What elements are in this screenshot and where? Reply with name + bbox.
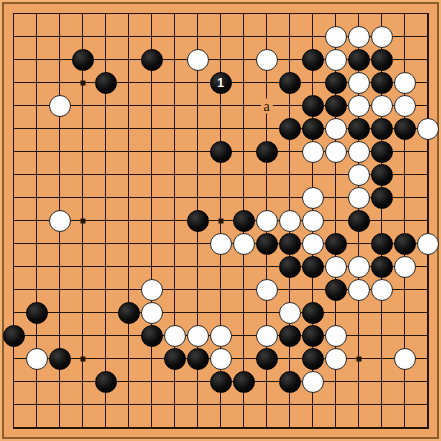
intersection-2-12[interactable] <box>48 278 71 301</box>
intersection-9-11[interactable] <box>209 255 232 278</box>
intersection-17-2[interactable] <box>393 48 416 71</box>
intersection-11-13[interactable] <box>255 301 278 324</box>
intersection-6-13[interactable] <box>140 301 163 324</box>
intersection-10-16[interactable] <box>232 370 255 393</box>
intersection-8-18[interactable] <box>186 416 209 439</box>
intersection-4-15[interactable] <box>94 347 117 370</box>
intersection-8-6[interactable] <box>186 140 209 163</box>
intersection-11-5[interactable] <box>255 117 278 140</box>
intersection-2-5[interactable] <box>48 117 71 140</box>
intersection-15-12[interactable] <box>347 278 370 301</box>
intersection-11-17[interactable] <box>255 393 278 416</box>
intersection-4-1[interactable] <box>94 25 117 48</box>
intersection-6-6[interactable] <box>140 140 163 163</box>
intersection-15-2[interactable] <box>347 48 370 71</box>
intersection-16-10[interactable] <box>370 232 393 255</box>
intersection-8-8[interactable] <box>186 186 209 209</box>
intersection-13-4[interactable] <box>301 94 324 117</box>
intersection-1-16[interactable] <box>25 370 48 393</box>
intersection-8-4[interactable] <box>186 94 209 117</box>
intersection-18-5[interactable] <box>416 117 439 140</box>
intersection-10-1[interactable] <box>232 25 255 48</box>
intersection-0-2[interactable] <box>2 48 25 71</box>
intersection-18-11[interactable] <box>416 255 439 278</box>
intersection-13-1[interactable] <box>301 25 324 48</box>
intersection-5-9[interactable] <box>117 209 140 232</box>
intersection-5-8[interactable] <box>117 186 140 209</box>
intersection-11-15[interactable] <box>255 347 278 370</box>
intersection-6-18[interactable] <box>140 416 163 439</box>
intersection-10-5[interactable] <box>232 117 255 140</box>
intersection-1-18[interactable] <box>25 416 48 439</box>
intersection-2-10[interactable] <box>48 232 71 255</box>
intersection-5-0[interactable] <box>117 2 140 25</box>
intersection-0-8[interactable] <box>2 186 25 209</box>
intersection-14-16[interactable] <box>324 370 347 393</box>
intersection-5-5[interactable] <box>117 117 140 140</box>
intersection-9-7[interactable] <box>209 163 232 186</box>
intersection-7-7[interactable] <box>163 163 186 186</box>
intersection-9-2[interactable] <box>209 48 232 71</box>
intersection-11-0[interactable] <box>255 2 278 25</box>
intersection-13-10[interactable] <box>301 232 324 255</box>
intersection-10-0[interactable] <box>232 2 255 25</box>
intersection-17-13[interactable] <box>393 301 416 324</box>
intersection-7-0[interactable] <box>163 2 186 25</box>
intersection-13-8[interactable] <box>301 186 324 209</box>
intersection-5-1[interactable] <box>117 25 140 48</box>
intersection-8-1[interactable] <box>186 25 209 48</box>
intersection-4-18[interactable] <box>94 416 117 439</box>
intersection-1-8[interactable] <box>25 186 48 209</box>
intersection-1-6[interactable] <box>25 140 48 163</box>
intersection-16-5[interactable] <box>370 117 393 140</box>
intersection-12-11[interactable] <box>278 255 301 278</box>
intersection-13-0[interactable] <box>301 2 324 25</box>
intersection-12-15[interactable] <box>278 347 301 370</box>
intersection-2-13[interactable] <box>48 301 71 324</box>
intersection-15-7[interactable] <box>347 163 370 186</box>
intersection-11-12[interactable] <box>255 278 278 301</box>
intersection-15-11[interactable] <box>347 255 370 278</box>
intersection-9-5[interactable] <box>209 117 232 140</box>
intersection-11-6[interactable] <box>255 140 278 163</box>
intersection-5-16[interactable] <box>117 370 140 393</box>
intersection-1-7[interactable] <box>25 163 48 186</box>
intersection-10-3[interactable] <box>232 71 255 94</box>
intersection-5-12[interactable] <box>117 278 140 301</box>
intersection-4-13[interactable] <box>94 301 117 324</box>
intersection-4-11[interactable] <box>94 255 117 278</box>
intersection-4-9[interactable] <box>94 209 117 232</box>
intersection-16-4[interactable] <box>370 94 393 117</box>
intersection-8-0[interactable] <box>186 2 209 25</box>
intersection-3-7[interactable] <box>71 163 94 186</box>
intersection-3-1[interactable] <box>71 25 94 48</box>
intersection-8-3[interactable] <box>186 71 209 94</box>
intersection-0-0[interactable] <box>2 2 25 25</box>
intersection-10-10[interactable] <box>232 232 255 255</box>
intersection-8-12[interactable] <box>186 278 209 301</box>
intersection-16-1[interactable] <box>370 25 393 48</box>
intersection-15-0[interactable] <box>347 2 370 25</box>
intersection-6-17[interactable] <box>140 393 163 416</box>
intersection-2-16[interactable] <box>48 370 71 393</box>
intersection-5-7[interactable] <box>117 163 140 186</box>
intersection-4-8[interactable] <box>94 186 117 209</box>
intersection-13-13[interactable] <box>301 301 324 324</box>
intersection-11-14[interactable] <box>255 324 278 347</box>
intersection-2-18[interactable] <box>48 416 71 439</box>
intersection-16-2[interactable] <box>370 48 393 71</box>
intersection-18-3[interactable] <box>416 71 439 94</box>
intersection-18-7[interactable] <box>416 163 439 186</box>
intersection-0-4[interactable] <box>2 94 25 117</box>
intersection-5-11[interactable] <box>117 255 140 278</box>
intersection-13-2[interactable] <box>301 48 324 71</box>
intersection-13-18[interactable] <box>301 416 324 439</box>
intersection-7-6[interactable] <box>163 140 186 163</box>
intersection-12-10[interactable] <box>278 232 301 255</box>
intersection-18-2[interactable] <box>416 48 439 71</box>
intersection-15-6[interactable] <box>347 140 370 163</box>
intersection-12-12[interactable] <box>278 278 301 301</box>
intersection-1-3[interactable] <box>25 71 48 94</box>
intersection-12-18[interactable] <box>278 416 301 439</box>
intersection-8-15[interactable] <box>186 347 209 370</box>
intersection-13-3[interactable] <box>301 71 324 94</box>
intersection-16-14[interactable] <box>370 324 393 347</box>
intersection-7-14[interactable] <box>163 324 186 347</box>
intersection-3-10[interactable] <box>71 232 94 255</box>
intersection-17-0[interactable] <box>393 2 416 25</box>
intersection-9-4[interactable] <box>209 94 232 117</box>
intersection-4-0[interactable] <box>94 2 117 25</box>
intersection-9-10[interactable] <box>209 232 232 255</box>
intersection-7-18[interactable] <box>163 416 186 439</box>
intersection-17-15[interactable] <box>393 347 416 370</box>
intersection-12-6[interactable] <box>278 140 301 163</box>
intersection-9-15[interactable] <box>209 347 232 370</box>
intersection-14-15[interactable] <box>324 347 347 370</box>
intersection-1-14[interactable] <box>25 324 48 347</box>
intersection-18-17[interactable] <box>416 393 439 416</box>
intersection-6-11[interactable] <box>140 255 163 278</box>
intersection-11-10[interactable] <box>255 232 278 255</box>
intersection-0-3[interactable] <box>2 71 25 94</box>
intersection-13-5[interactable] <box>301 117 324 140</box>
intersection-0-18[interactable] <box>2 416 25 439</box>
intersection-6-8[interactable] <box>140 186 163 209</box>
intersection-8-2[interactable] <box>186 48 209 71</box>
intersection-8-13[interactable] <box>186 301 209 324</box>
intersection-18-1[interactable] <box>416 25 439 48</box>
intersection-17-16[interactable] <box>393 370 416 393</box>
intersection-0-17[interactable] <box>2 393 25 416</box>
intersection-1-17[interactable] <box>25 393 48 416</box>
intersection-17-10[interactable] <box>393 232 416 255</box>
intersection-3-15[interactable] <box>71 347 94 370</box>
intersection-2-4[interactable] <box>48 94 71 117</box>
intersection-18-10[interactable] <box>416 232 439 255</box>
intersection-2-6[interactable] <box>48 140 71 163</box>
intersection-1-11[interactable] <box>25 255 48 278</box>
intersection-11-4[interactable]: a <box>255 94 278 117</box>
intersection-3-3[interactable] <box>71 71 94 94</box>
intersection-5-18[interactable] <box>117 416 140 439</box>
intersection-18-13[interactable] <box>416 301 439 324</box>
intersection-13-14[interactable] <box>301 324 324 347</box>
intersection-15-8[interactable] <box>347 186 370 209</box>
intersection-11-9[interactable] <box>255 209 278 232</box>
intersection-10-4[interactable] <box>232 94 255 117</box>
intersection-17-18[interactable] <box>393 416 416 439</box>
intersection-3-8[interactable] <box>71 186 94 209</box>
intersection-14-3[interactable] <box>324 71 347 94</box>
intersection-17-11[interactable] <box>393 255 416 278</box>
intersection-8-11[interactable] <box>186 255 209 278</box>
intersection-12-4[interactable] <box>278 94 301 117</box>
intersection-0-12[interactable] <box>2 278 25 301</box>
intersection-16-0[interactable] <box>370 2 393 25</box>
intersection-3-11[interactable] <box>71 255 94 278</box>
intersection-4-14[interactable] <box>94 324 117 347</box>
intersection-17-8[interactable] <box>393 186 416 209</box>
intersection-7-11[interactable] <box>163 255 186 278</box>
intersection-11-18[interactable] <box>255 416 278 439</box>
intersection-17-17[interactable] <box>393 393 416 416</box>
intersection-3-13[interactable] <box>71 301 94 324</box>
intersection-6-7[interactable] <box>140 163 163 186</box>
intersection-9-8[interactable] <box>209 186 232 209</box>
intersection-12-0[interactable] <box>278 2 301 25</box>
intersection-15-16[interactable] <box>347 370 370 393</box>
intersection-7-16[interactable] <box>163 370 186 393</box>
intersection-2-7[interactable] <box>48 163 71 186</box>
intersection-13-6[interactable] <box>301 140 324 163</box>
intersection-10-6[interactable] <box>232 140 255 163</box>
intersection-12-16[interactable] <box>278 370 301 393</box>
intersection-11-2[interactable] <box>255 48 278 71</box>
intersection-6-14[interactable] <box>140 324 163 347</box>
intersection-0-15[interactable] <box>2 347 25 370</box>
intersection-16-17[interactable] <box>370 393 393 416</box>
intersection-12-17[interactable] <box>278 393 301 416</box>
intersection-6-15[interactable] <box>140 347 163 370</box>
intersection-12-8[interactable] <box>278 186 301 209</box>
intersection-17-9[interactable] <box>393 209 416 232</box>
intersection-14-18[interactable] <box>324 416 347 439</box>
intersection-13-12[interactable] <box>301 278 324 301</box>
intersection-12-2[interactable] <box>278 48 301 71</box>
intersection-10-14[interactable] <box>232 324 255 347</box>
intersection-12-14[interactable] <box>278 324 301 347</box>
intersection-14-5[interactable] <box>324 117 347 140</box>
intersection-1-13[interactable] <box>25 301 48 324</box>
intersection-10-17[interactable] <box>232 393 255 416</box>
intersection-6-5[interactable] <box>140 117 163 140</box>
intersection-13-17[interactable] <box>301 393 324 416</box>
intersection-3-9[interactable] <box>71 209 94 232</box>
intersection-0-7[interactable] <box>2 163 25 186</box>
intersection-17-7[interactable] <box>393 163 416 186</box>
intersection-15-4[interactable] <box>347 94 370 117</box>
intersection-10-2[interactable] <box>232 48 255 71</box>
intersection-17-4[interactable] <box>393 94 416 117</box>
intersection-0-10[interactable] <box>2 232 25 255</box>
intersection-6-12[interactable] <box>140 278 163 301</box>
intersection-12-13[interactable] <box>278 301 301 324</box>
intersection-13-9[interactable] <box>301 209 324 232</box>
intersection-17-1[interactable] <box>393 25 416 48</box>
intersection-1-9[interactable] <box>25 209 48 232</box>
intersection-14-17[interactable] <box>324 393 347 416</box>
intersection-11-11[interactable] <box>255 255 278 278</box>
intersection-7-4[interactable] <box>163 94 186 117</box>
intersection-0-14[interactable] <box>2 324 25 347</box>
intersection-4-6[interactable] <box>94 140 117 163</box>
intersection-9-1[interactable] <box>209 25 232 48</box>
intersection-4-7[interactable] <box>94 163 117 186</box>
intersection-2-0[interactable] <box>48 2 71 25</box>
intersection-3-14[interactable] <box>71 324 94 347</box>
intersection-5-2[interactable] <box>117 48 140 71</box>
intersection-6-4[interactable] <box>140 94 163 117</box>
intersection-4-2[interactable] <box>94 48 117 71</box>
intersection-17-6[interactable] <box>393 140 416 163</box>
intersection-7-9[interactable] <box>163 209 186 232</box>
intersection-12-7[interactable] <box>278 163 301 186</box>
intersection-11-8[interactable] <box>255 186 278 209</box>
intersection-18-0[interactable] <box>416 2 439 25</box>
intersection-16-11[interactable] <box>370 255 393 278</box>
intersection-8-9[interactable] <box>186 209 209 232</box>
intersection-1-4[interactable] <box>25 94 48 117</box>
intersection-14-13[interactable] <box>324 301 347 324</box>
intersection-8-5[interactable] <box>186 117 209 140</box>
intersection-18-8[interactable] <box>416 186 439 209</box>
intersection-1-12[interactable] <box>25 278 48 301</box>
intersection-7-1[interactable] <box>163 25 186 48</box>
intersection-10-12[interactable] <box>232 278 255 301</box>
intersection-9-0[interactable] <box>209 2 232 25</box>
intersection-14-7[interactable] <box>324 163 347 186</box>
intersection-5-17[interactable] <box>117 393 140 416</box>
intersection-13-11[interactable] <box>301 255 324 278</box>
intersection-2-11[interactable] <box>48 255 71 278</box>
intersection-4-16[interactable] <box>94 370 117 393</box>
intersection-14-0[interactable] <box>324 2 347 25</box>
intersection-7-10[interactable] <box>163 232 186 255</box>
intersection-6-10[interactable] <box>140 232 163 255</box>
intersection-5-15[interactable] <box>117 347 140 370</box>
intersection-2-2[interactable] <box>48 48 71 71</box>
intersection-18-16[interactable] <box>416 370 439 393</box>
intersection-4-5[interactable] <box>94 117 117 140</box>
intersection-4-10[interactable] <box>94 232 117 255</box>
intersection-9-12[interactable] <box>209 278 232 301</box>
intersection-1-15[interactable] <box>25 347 48 370</box>
intersection-12-3[interactable] <box>278 71 301 94</box>
intersection-0-16[interactable] <box>2 370 25 393</box>
intersection-7-17[interactable] <box>163 393 186 416</box>
intersection-9-6[interactable] <box>209 140 232 163</box>
intersection-9-14[interactable] <box>209 324 232 347</box>
intersection-7-12[interactable] <box>163 278 186 301</box>
intersection-3-2[interactable] <box>71 48 94 71</box>
intersection-18-15[interactable] <box>416 347 439 370</box>
intersection-8-7[interactable] <box>186 163 209 186</box>
intersection-5-3[interactable] <box>117 71 140 94</box>
intersection-7-3[interactable] <box>163 71 186 94</box>
intersection-3-4[interactable] <box>71 94 94 117</box>
intersection-18-12[interactable] <box>416 278 439 301</box>
intersection-14-11[interactable] <box>324 255 347 278</box>
intersection-2-14[interactable] <box>48 324 71 347</box>
intersection-6-0[interactable] <box>140 2 163 25</box>
intersection-10-11[interactable] <box>232 255 255 278</box>
intersection-5-6[interactable] <box>117 140 140 163</box>
intersection-13-16[interactable] <box>301 370 324 393</box>
intersection-18-4[interactable] <box>416 94 439 117</box>
intersection-5-4[interactable] <box>117 94 140 117</box>
intersection-6-16[interactable] <box>140 370 163 393</box>
intersection-14-10[interactable] <box>324 232 347 255</box>
intersection-1-10[interactable] <box>25 232 48 255</box>
intersection-13-15[interactable] <box>301 347 324 370</box>
intersection-15-9[interactable] <box>347 209 370 232</box>
intersection-18-18[interactable] <box>416 416 439 439</box>
intersection-16-9[interactable] <box>370 209 393 232</box>
intersection-14-2[interactable] <box>324 48 347 71</box>
intersection-1-1[interactable] <box>25 25 48 48</box>
intersection-8-10[interactable] <box>186 232 209 255</box>
intersection-11-16[interactable] <box>255 370 278 393</box>
intersection-15-17[interactable] <box>347 393 370 416</box>
intersection-5-14[interactable] <box>117 324 140 347</box>
intersection-16-15[interactable] <box>370 347 393 370</box>
intersection-3-0[interactable] <box>71 2 94 25</box>
intersection-12-1[interactable] <box>278 25 301 48</box>
intersection-15-13[interactable] <box>347 301 370 324</box>
intersection-6-1[interactable] <box>140 25 163 48</box>
intersection-11-3[interactable] <box>255 71 278 94</box>
intersection-14-9[interactable] <box>324 209 347 232</box>
intersection-17-3[interactable] <box>393 71 416 94</box>
intersection-16-12[interactable] <box>370 278 393 301</box>
intersection-11-7[interactable] <box>255 163 278 186</box>
intersection-3-6[interactable] <box>71 140 94 163</box>
intersection-4-3[interactable] <box>94 71 117 94</box>
intersection-15-3[interactable] <box>347 71 370 94</box>
intersection-6-2[interactable] <box>140 48 163 71</box>
intersection-8-17[interactable] <box>186 393 209 416</box>
intersection-9-9[interactable] <box>209 209 232 232</box>
intersection-2-17[interactable] <box>48 393 71 416</box>
intersection-14-4[interactable] <box>324 94 347 117</box>
intersection-16-13[interactable] <box>370 301 393 324</box>
intersection-16-16[interactable] <box>370 370 393 393</box>
intersection-7-5[interactable] <box>163 117 186 140</box>
intersection-7-8[interactable] <box>163 186 186 209</box>
intersection-15-10[interactable] <box>347 232 370 255</box>
intersection-14-12[interactable] <box>324 278 347 301</box>
intersection-7-13[interactable] <box>163 301 186 324</box>
intersection-0-9[interactable] <box>2 209 25 232</box>
intersection-0-6[interactable] <box>2 140 25 163</box>
intersection-15-18[interactable] <box>347 416 370 439</box>
intersection-4-12[interactable] <box>94 278 117 301</box>
